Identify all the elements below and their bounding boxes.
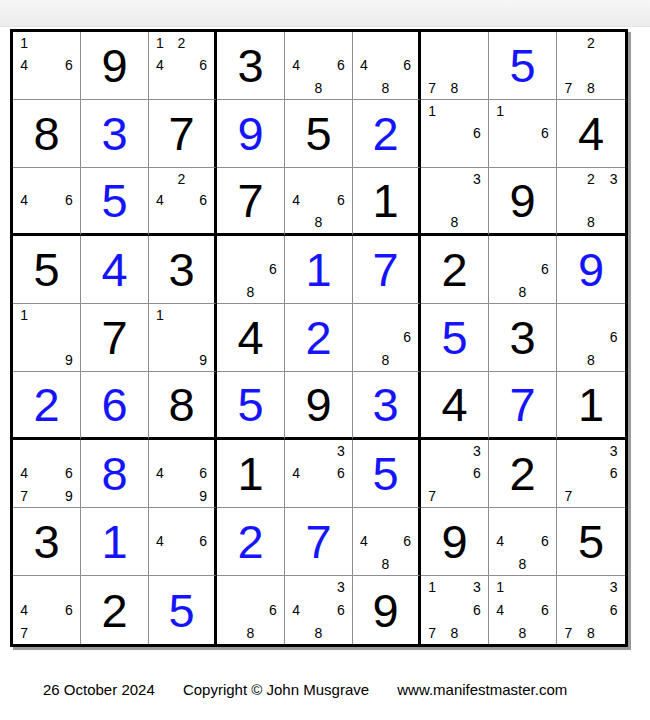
candidate-7: 7 (421, 621, 443, 644)
cell-r6c5[interactable]: 9 (285, 372, 353, 440)
cell-r4c1[interactable]: 5 (13, 236, 81, 304)
entered-digit: 3 (81, 100, 148, 167)
entered-digit: 2 (217, 508, 284, 575)
cell-r9c4[interactable]: 68 (217, 576, 285, 644)
empty-slot (443, 100, 465, 122)
cell-r8c7[interactable]: 9 (421, 508, 489, 576)
pencil-marks: 146 (13, 32, 80, 99)
cell-r2c4[interactable]: 9 (217, 100, 285, 168)
cell-r1c3[interactable]: 1246 (149, 32, 217, 100)
empty-slot (534, 576, 556, 599)
empty-slot (239, 576, 261, 599)
empty-slot (602, 621, 625, 644)
empty-slot (353, 304, 375, 326)
pencil-marks: 19 (13, 304, 80, 371)
cell-r3c9[interactable]: 238 (557, 168, 625, 236)
pencil-marks: 78 (421, 32, 488, 99)
empty-slot (171, 440, 193, 462)
empty-slot (511, 576, 533, 599)
given-digit: 5 (557, 508, 625, 575)
candidate-6: 6 (534, 530, 556, 552)
cell-r3c6[interactable]: 1 (353, 168, 421, 236)
empty-slot (466, 621, 488, 644)
candidate-7: 7 (557, 485, 580, 507)
cell-r6c8[interactable]: 7 (489, 372, 557, 440)
empty-slot (396, 508, 418, 530)
candidate-6: 6 (330, 599, 352, 622)
empty-slot (534, 553, 556, 575)
candidate-3: 3 (466, 440, 488, 462)
pencil-marks: 468 (285, 168, 352, 233)
cell-r2c2[interactable]: 3 (81, 100, 149, 168)
pencil-marks: 1246 (149, 32, 214, 99)
cell-r2c7[interactable]: 16 (421, 100, 489, 168)
empty-slot (511, 530, 533, 552)
empty-slot (58, 326, 80, 348)
footer-date: 26 October 2024 (43, 681, 155, 698)
entered-digit: 7 (353, 236, 418, 303)
empty-slot (35, 304, 57, 326)
pencil-marks: 467 (13, 576, 80, 644)
empty-slot (443, 440, 465, 462)
empty-slot (396, 32, 418, 54)
empty-slot (353, 508, 375, 530)
candidate-6: 6 (602, 326, 625, 348)
empty-slot (580, 599, 603, 622)
cell-r1c7[interactable]: 78 (421, 32, 489, 100)
empty-slot (58, 304, 80, 326)
empty-slot (375, 54, 397, 76)
candidate-4: 4 (285, 54, 307, 76)
pencil-marks: 3468 (285, 576, 352, 644)
candidate-8: 8 (511, 621, 533, 644)
empty-slot (421, 54, 443, 76)
empty-slot (602, 77, 625, 99)
cell-r9c2[interactable]: 2 (81, 576, 149, 644)
empty-slot (307, 168, 329, 190)
cell-r1c6[interactable]: 468 (353, 32, 421, 100)
empty-slot (58, 211, 80, 233)
cell-r6c3[interactable]: 8 (149, 372, 217, 440)
empty-slot (421, 145, 443, 167)
candidate-6: 6 (330, 190, 352, 212)
candidate-7: 7 (557, 621, 580, 644)
empty-slot (307, 190, 329, 212)
empty-slot (511, 122, 533, 144)
empty-slot (35, 168, 57, 190)
cell-r7c5[interactable]: 346 (285, 440, 353, 508)
cell-r4c8[interactable]: 68 (489, 236, 557, 304)
empty-slot (602, 54, 625, 76)
empty-slot (466, 54, 488, 76)
candidate-3: 3 (330, 576, 352, 599)
empty-slot (511, 258, 533, 280)
empty-slot (171, 508, 193, 530)
cell-r5c5[interactable]: 2 (285, 304, 353, 372)
candidate-7: 7 (557, 77, 580, 99)
empty-slot (58, 32, 80, 54)
empty-slot (192, 32, 214, 54)
empty-slot (330, 32, 352, 54)
candidate-8: 8 (443, 211, 465, 233)
entered-digit: 2 (285, 304, 352, 371)
candidate-8: 8 (375, 349, 397, 371)
candidate-1: 1 (13, 32, 35, 54)
cell-r8c5[interactable]: 7 (285, 508, 353, 576)
cell-r8c8[interactable]: 468 (489, 508, 557, 576)
empty-slot (557, 462, 580, 484)
cell-r2c9[interactable]: 4 (557, 100, 625, 168)
candidate-6: 6 (262, 258, 284, 280)
cell-r7c6[interactable]: 5 (353, 440, 421, 508)
cell-r4c9[interactable]: 9 (557, 236, 625, 304)
cell-r1c4[interactable]: 3 (217, 32, 285, 100)
empty-slot (534, 236, 556, 258)
empty-slot (489, 553, 511, 575)
cell-r1c1[interactable]: 146 (13, 32, 81, 100)
candidate-4: 4 (489, 599, 511, 622)
cell-r7c8[interactable]: 2 (489, 440, 557, 508)
empty-slot (35, 326, 57, 348)
empty-slot (307, 485, 329, 507)
candidate-6: 6 (534, 599, 556, 622)
cell-r4c6[interactable]: 7 (353, 236, 421, 304)
given-digit: 4 (421, 372, 488, 437)
candidate-6: 6 (192, 462, 214, 484)
cell-r7c9[interactable]: 367 (557, 440, 625, 508)
cell-r7c4[interactable]: 1 (217, 440, 285, 508)
cell-r3c4[interactable]: 7 (217, 168, 285, 236)
empty-slot (239, 599, 261, 622)
empty-slot (421, 211, 443, 233)
candidate-9: 9 (58, 349, 80, 371)
empty-slot (557, 349, 580, 371)
empty-slot (534, 281, 556, 303)
cell-r6c1[interactable]: 2 (13, 372, 81, 440)
cell-r4c2[interactable]: 4 (81, 236, 149, 304)
empty-slot (396, 77, 418, 99)
cell-r8c1[interactable]: 3 (13, 508, 81, 576)
cell-r8c4[interactable]: 2 (217, 508, 285, 576)
candidate-7: 7 (13, 621, 35, 644)
empty-slot (443, 54, 465, 76)
pencil-marks: 38 (421, 168, 488, 233)
pencil-marks: 13678 (421, 576, 488, 644)
cell-r4c7[interactable]: 2 (421, 236, 489, 304)
given-digit: 2 (421, 236, 488, 303)
empty-slot (557, 326, 580, 348)
given-digit: 3 (149, 236, 214, 303)
pencil-marks: 16 (421, 100, 488, 167)
cell-r5c3[interactable]: 19 (149, 304, 217, 372)
cell-r3c1[interactable]: 46 (13, 168, 81, 236)
cell-r3c5[interactable]: 468 (285, 168, 353, 236)
footer-website: www.manifestmaster.com (397, 681, 567, 698)
empty-slot (285, 168, 307, 190)
candidate-8: 8 (307, 211, 329, 233)
candidate-8: 8 (580, 349, 603, 371)
empty-slot (330, 77, 352, 99)
given-digit: 3 (489, 304, 556, 371)
candidate-6: 6 (262, 599, 284, 622)
empty-slot (217, 576, 239, 599)
pencil-marks: 1468 (489, 576, 556, 644)
entered-digit: 5 (353, 440, 418, 507)
empty-slot (443, 599, 465, 622)
candidate-1: 1 (149, 304, 171, 326)
empty-slot (353, 77, 375, 99)
empty-slot (396, 349, 418, 371)
empty-slot (602, 211, 625, 233)
candidate-8: 8 (239, 621, 261, 644)
cell-r3c2[interactable]: 5 (81, 168, 149, 236)
cell-r2c1[interactable]: 8 (13, 100, 81, 168)
empty-slot (489, 621, 511, 644)
empty-slot (511, 599, 533, 622)
empty-slot (35, 77, 57, 99)
entered-digit: 7 (489, 372, 556, 437)
empty-slot (171, 462, 193, 484)
empty-slot (285, 77, 307, 99)
pencil-marks: 278 (557, 32, 625, 99)
candidate-7: 7 (421, 77, 443, 99)
candidate-6: 6 (396, 54, 418, 76)
entered-digit: 5 (421, 304, 488, 371)
empty-slot (13, 440, 35, 462)
cell-r8c9[interactable]: 5 (557, 508, 625, 576)
empty-slot (511, 508, 533, 530)
empty-slot (375, 304, 397, 326)
candidate-6: 6 (192, 530, 214, 552)
empty-slot (13, 211, 35, 233)
cell-r4c3[interactable]: 3 (149, 236, 217, 304)
candidate-4: 4 (489, 530, 511, 552)
empty-slot (217, 599, 239, 622)
given-digit: 1 (217, 440, 284, 507)
empty-slot (58, 440, 80, 462)
given-digit: 7 (81, 304, 148, 371)
empty-slot (443, 32, 465, 54)
cell-r9c9[interactable]: 3678 (557, 576, 625, 644)
candidate-2: 2 (580, 32, 603, 54)
pencil-marks: 16 (489, 100, 556, 167)
empty-slot (557, 576, 580, 599)
empty-slot (602, 190, 625, 212)
candidate-6: 6 (396, 326, 418, 348)
entered-digit: 9 (557, 236, 625, 303)
candidate-8: 8 (307, 621, 329, 644)
cell-r7c2[interactable]: 8 (81, 440, 149, 508)
cell-r6c7[interactable]: 4 (421, 372, 489, 440)
cell-r5c2[interactable]: 7 (81, 304, 149, 372)
empty-slot (511, 236, 533, 258)
given-digit: 9 (421, 508, 488, 575)
given-digit: 9 (353, 576, 418, 644)
cell-r9c6[interactable]: 9 (353, 576, 421, 644)
empty-slot (443, 122, 465, 144)
empty-slot (192, 440, 214, 462)
empty-slot (171, 530, 193, 552)
candidate-8: 8 (375, 77, 397, 99)
empty-slot (307, 440, 329, 462)
empty-slot (171, 485, 193, 507)
candidate-7: 7 (421, 485, 443, 507)
empty-slot (443, 576, 465, 599)
candidate-8: 8 (443, 621, 465, 644)
empty-slot (330, 621, 352, 644)
pencil-marks: 4679 (13, 440, 80, 507)
cell-r5c6[interactable]: 68 (353, 304, 421, 372)
candidate-4: 4 (149, 190, 171, 212)
empty-slot (149, 168, 171, 190)
empty-slot (149, 326, 171, 348)
candidate-8: 8 (307, 77, 329, 99)
candidate-4: 4 (13, 599, 35, 622)
empty-slot (192, 326, 214, 348)
empty-slot (285, 440, 307, 462)
cell-r7c7[interactable]: 367 (421, 440, 489, 508)
entered-digit: 3 (353, 372, 418, 437)
given-digit: 9 (285, 372, 352, 437)
candidate-6: 6 (330, 462, 352, 484)
cell-r4c5[interactable]: 1 (285, 236, 353, 304)
empty-slot (149, 440, 171, 462)
cell-r5c4[interactable]: 4 (217, 304, 285, 372)
empty-slot (149, 349, 171, 371)
empty-slot (489, 122, 511, 144)
empty-slot (466, 100, 488, 122)
sudoku-board: 1469124634684687852788379521616446524674… (10, 29, 628, 647)
empty-slot (375, 530, 397, 552)
empty-slot (307, 462, 329, 484)
entered-digit: 1 (81, 508, 148, 575)
cell-r5c8[interactable]: 3 (489, 304, 557, 372)
cell-r3c3[interactable]: 246 (149, 168, 217, 236)
cell-r8c2[interactable]: 1 (81, 508, 149, 576)
candidate-6: 6 (534, 122, 556, 144)
empty-slot (443, 485, 465, 507)
empty-slot (149, 211, 171, 233)
cell-r9c1[interactable]: 467 (13, 576, 81, 644)
entered-digit: 5 (81, 168, 148, 233)
empty-slot (13, 326, 35, 348)
empty-slot (192, 211, 214, 233)
cell-r2c8[interactable]: 16 (489, 100, 557, 168)
given-digit: 4 (217, 304, 284, 371)
cell-r1c9[interactable]: 278 (557, 32, 625, 100)
empty-slot (13, 576, 35, 599)
cell-r9c5[interactable]: 3468 (285, 576, 353, 644)
pencil-marks: 346 (285, 440, 352, 507)
empty-slot (396, 304, 418, 326)
empty-slot (602, 304, 625, 326)
empty-slot (557, 440, 580, 462)
pencil-marks: 246 (149, 168, 214, 233)
empty-slot (466, 485, 488, 507)
cell-r6c6[interactable]: 3 (353, 372, 421, 440)
pencil-marks: 468 (353, 32, 418, 99)
empty-slot (239, 236, 261, 258)
empty-slot (375, 508, 397, 530)
empty-slot (443, 190, 465, 212)
window-top-strip (0, 0, 650, 27)
candidate-4: 4 (285, 190, 307, 212)
cell-r7c1[interactable]: 4679 (13, 440, 81, 508)
candidate-6: 6 (192, 190, 214, 212)
cell-r9c7[interactable]: 13678 (421, 576, 489, 644)
candidate-8: 8 (580, 77, 603, 99)
empty-slot (285, 485, 307, 507)
empty-slot (602, 485, 625, 507)
empty-slot (217, 236, 239, 258)
empty-slot (35, 349, 57, 371)
cell-r9c3[interactable]: 5 (149, 576, 217, 644)
cell-r1c5[interactable]: 468 (285, 32, 353, 100)
empty-slot (557, 599, 580, 622)
candidate-9: 9 (192, 349, 214, 371)
cell-r6c9[interactable]: 1 (557, 372, 625, 440)
cell-r6c2[interactable]: 6 (81, 372, 149, 440)
cell-r5c9[interactable]: 68 (557, 304, 625, 372)
empty-slot (35, 599, 57, 622)
cell-r2c5[interactable]: 5 (285, 100, 353, 168)
empty-slot (557, 32, 580, 54)
cell-r7c3[interactable]: 469 (149, 440, 217, 508)
empty-slot (557, 304, 580, 326)
empty-slot (307, 54, 329, 76)
given-digit: 5 (13, 236, 80, 303)
empty-slot (557, 168, 580, 190)
cell-r9c8[interactable]: 1468 (489, 576, 557, 644)
candidate-3: 3 (466, 168, 488, 190)
empty-slot (580, 190, 603, 212)
empty-slot (13, 349, 35, 371)
empty-slot (58, 168, 80, 190)
candidate-6: 6 (466, 462, 488, 484)
candidate-2: 2 (171, 32, 193, 54)
empty-slot (262, 621, 284, 644)
empty-slot (353, 326, 375, 348)
cell-r8c6[interactable]: 468 (353, 508, 421, 576)
cell-r5c7[interactable]: 5 (421, 304, 489, 372)
candidate-8: 8 (375, 553, 397, 575)
cell-r8c3[interactable]: 46 (149, 508, 217, 576)
cell-r1c8[interactable]: 5 (489, 32, 557, 100)
empty-slot (466, 77, 488, 99)
cell-r5c1[interactable]: 19 (13, 304, 81, 372)
cell-r4c4[interactable]: 68 (217, 236, 285, 304)
cell-r6c4[interactable]: 5 (217, 372, 285, 440)
empty-slot (35, 621, 57, 644)
candidate-6: 6 (58, 599, 80, 622)
cell-r3c7[interactable]: 38 (421, 168, 489, 236)
empty-slot (421, 122, 443, 144)
pencil-marks: 68 (217, 576, 284, 644)
empty-slot (375, 326, 397, 348)
cell-r1c2[interactable]: 9 (81, 32, 149, 100)
cell-r2c3[interactable]: 7 (149, 100, 217, 168)
cell-r2c6[interactable]: 2 (353, 100, 421, 168)
candidate-1: 1 (13, 304, 35, 326)
pencil-marks: 468 (285, 32, 352, 99)
empty-slot (13, 168, 35, 190)
candidate-6: 6 (466, 599, 488, 622)
given-digit: 4 (557, 100, 625, 167)
cell-r3c8[interactable]: 9 (489, 168, 557, 236)
entered-digit: 5 (149, 576, 214, 644)
candidate-4: 4 (353, 54, 375, 76)
pencil-marks: 19 (149, 304, 214, 371)
